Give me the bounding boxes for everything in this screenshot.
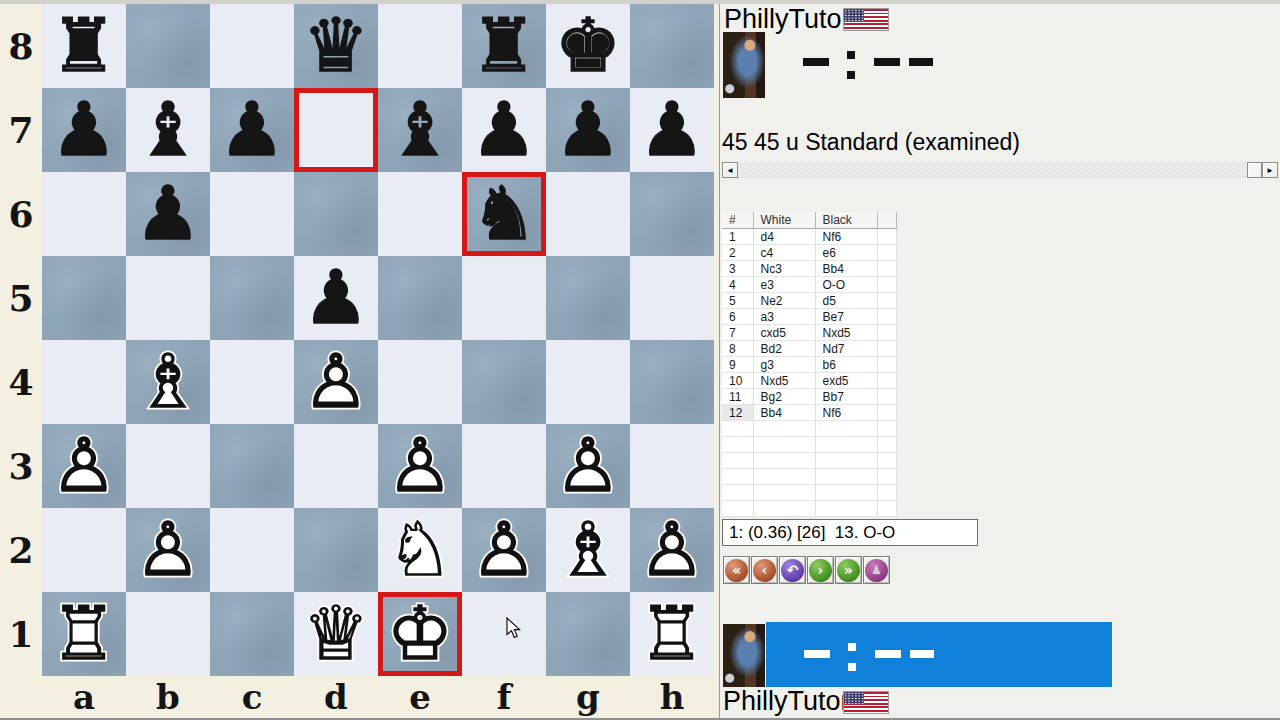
step-forward-button[interactable]: › <box>807 556 834 584</box>
move-cell <box>815 485 877 501</box>
piece-black-pawn[interactable]: ♟ <box>546 88 630 172</box>
file-label-g: g <box>546 676 630 718</box>
move-row[interactable]: 5Ne2d5 <box>722 293 896 309</box>
file-label-e: e <box>378 676 462 718</box>
move-cell <box>877 229 896 245</box>
square-b2[interactable]: ♟♙ <box>126 508 210 592</box>
game-description: 45 45 u Standard (examined) <box>722 129 1020 156</box>
top-player-clock <box>803 44 935 80</box>
rank-label-6: 6 <box>0 172 42 256</box>
piece-black-pawn[interactable]: ♟ <box>126 172 210 256</box>
step-back-icon: ‹ <box>753 559 776 582</box>
move-row[interactable]: 8Bd2Nd7 <box>722 341 896 357</box>
move-cell <box>877 309 896 325</box>
move-cell[interactable]: a3 <box>753 309 815 325</box>
square-g6[interactable] <box>546 172 630 256</box>
move-number-cell[interactable]: 2 <box>722 245 753 261</box>
move-cell[interactable]: Bb4 <box>753 405 815 421</box>
rank-label-7: 7 <box>0 88 42 172</box>
move-cell <box>877 325 896 341</box>
move-cell <box>877 389 896 405</box>
move-number-cell <box>722 421 753 437</box>
square-h6[interactable] <box>630 172 714 256</box>
square-b7[interactable]: ♝ <box>126 88 210 172</box>
go-to-start-icon: « <box>725 559 748 582</box>
move-cell <box>877 501 896 517</box>
move-number-cell[interactable]: 10 <box>722 373 753 389</box>
move-row[interactable]: 7cxd5Nxd5 <box>722 325 896 341</box>
move-cell[interactable]: Nf6 <box>815 229 877 245</box>
move-cell <box>877 405 896 421</box>
square-h2[interactable]: ♟♙ <box>630 508 714 592</box>
square-h4[interactable] <box>630 340 714 424</box>
move-number-cell <box>722 501 753 517</box>
square-d2[interactable] <box>294 508 378 592</box>
square-c1[interactable] <box>210 592 294 676</box>
file-label-c: c <box>210 676 294 718</box>
file-labels: abcdefgh <box>42 676 714 718</box>
move-list-header-cell: White <box>753 212 815 229</box>
square-a3[interactable]: ♟♙ <box>42 424 126 508</box>
piece-black-queen[interactable]: ♛ <box>294 4 378 88</box>
piece-white-pawn[interactable]: ♟♙ <box>126 508 210 592</box>
move-cell[interactable]: exd5 <box>815 373 877 389</box>
piece-white-rook[interactable]: ♜♖ <box>630 592 714 676</box>
move-row[interactable]: 11Bg2Bb7 <box>722 389 896 405</box>
square-d8[interactable]: ♛ <box>294 4 378 88</box>
square-a6[interactable] <box>42 172 126 256</box>
us-flag-icon <box>843 8 889 31</box>
go-to-end-button[interactable]: » <box>835 556 862 584</box>
move-cell[interactable]: Bg2 <box>753 389 815 405</box>
move-number-cell[interactable]: 6 <box>722 309 753 325</box>
move-row[interactable]: 6a3Be7 <box>722 309 896 325</box>
square-e4[interactable] <box>378 340 462 424</box>
piece-black-bishop[interactable]: ♝ <box>126 88 210 172</box>
horizontal-scrollbar[interactable]: ◄ ► <box>722 162 1278 178</box>
square-b1[interactable] <box>126 592 210 676</box>
empty-row <box>722 501 896 517</box>
file-label-b: b <box>126 676 210 718</box>
file-label-f: f <box>462 676 546 718</box>
move-cell <box>753 501 815 517</box>
file-label-a: a <box>42 676 126 718</box>
move-row[interactable]: 10Nxd5exd5 <box>722 373 896 389</box>
square-d4[interactable]: ♟♙ <box>294 340 378 424</box>
piece-black-pawn[interactable]: ♟ <box>42 88 126 172</box>
move-cell <box>815 453 877 469</box>
rank-label-5: 5 <box>0 256 42 340</box>
piece-white-pawn[interactable]: ♟♙ <box>42 424 126 508</box>
move-number-cell[interactable]: 1 <box>722 229 753 245</box>
piece-white-pawn[interactable]: ♟♙ <box>294 340 378 424</box>
move-cell[interactable]: d5 <box>815 293 877 309</box>
move-cell <box>815 501 877 517</box>
square-f6[interactable]: ♞ <box>462 172 546 256</box>
square-a8[interactable]: ♜ <box>42 4 126 88</box>
piece-black-pawn[interactable]: ♟ <box>294 256 378 340</box>
empty-row <box>722 453 896 469</box>
square-g1[interactable] <box>546 592 630 676</box>
move-cell <box>877 357 896 373</box>
move-cell <box>753 421 815 437</box>
go-to-end-icon: » <box>837 559 860 582</box>
window-top-edge <box>0 0 1280 4</box>
move-list-header: #WhiteBlack <box>722 212 896 229</box>
go-to-start-button[interactable]: « <box>723 556 750 584</box>
analysis-box: 1: (0.36) [26] 13. O-O <box>722 519 978 546</box>
move-cell[interactable]: Nc3 <box>753 261 815 277</box>
square-f4[interactable] <box>462 340 546 424</box>
square-c3[interactable] <box>210 424 294 508</box>
piece-black-bishop[interactable]: ♝ <box>378 88 462 172</box>
move-cell <box>877 277 896 293</box>
square-d1[interactable]: ♛♕ <box>294 592 378 676</box>
step-forward-icon: › <box>809 559 832 582</box>
takeback-icon: ↶ <box>781 559 804 582</box>
move-cell <box>753 453 815 469</box>
piece-black-pawn[interactable]: ♟ <box>462 88 546 172</box>
move-row[interactable]: 3Nc3Bb4 <box>722 261 896 277</box>
move-cell[interactable]: e3 <box>753 277 815 293</box>
piece-white-rook[interactable]: ♜♖ <box>42 592 126 676</box>
move-list-header-cell: # <box>722 212 753 229</box>
move-cell <box>815 469 877 485</box>
move-row[interactable]: 12Bb4Nf6 <box>722 405 896 421</box>
square-h5[interactable] <box>630 256 714 340</box>
move-cell <box>877 245 896 261</box>
square-d7[interactable] <box>294 88 378 172</box>
bottom-player-name: PhillyTutor <box>723 686 850 717</box>
move-number-cell <box>722 453 753 469</box>
move-cell[interactable]: e6 <box>815 245 877 261</box>
square-f7[interactable]: ♟ <box>462 88 546 172</box>
move-cell[interactable]: O-O <box>815 277 877 293</box>
bottom-player-clock <box>804 636 936 672</box>
move-row[interactable]: 1d4Nf6 <box>722 229 896 245</box>
piece-white-pawn[interactable]: ♟♙ <box>546 424 630 508</box>
move-cell <box>877 469 896 485</box>
square-c8[interactable] <box>210 4 294 88</box>
move-number-cell <box>722 437 753 453</box>
piece-black-pawn[interactable]: ♟ <box>630 88 714 172</box>
bottom-player-avatar <box>723 624 765 687</box>
step-back-button[interactable]: ‹ <box>751 556 778 584</box>
file-label-d: d <box>294 676 378 718</box>
move-number-cell[interactable]: 8 <box>722 341 753 357</box>
top-player-avatar <box>723 32 765 98</box>
rank-label-8: 8 <box>0 4 42 88</box>
square-h1[interactable]: ♜♖ <box>630 592 714 676</box>
scrollbar-thumb[interactable] <box>1247 162 1262 178</box>
empty-row <box>722 421 896 437</box>
move-number-cell[interactable]: 3 <box>722 261 753 277</box>
examine-icon: ♟ <box>865 559 888 582</box>
square-f5[interactable] <box>462 256 546 340</box>
move-cell[interactable]: Be7 <box>815 309 877 325</box>
move-row[interactable]: 9g3b6 <box>722 357 896 373</box>
square-c6[interactable] <box>210 172 294 256</box>
move-cell[interactable]: g3 <box>753 357 815 373</box>
move-list-header-cell <box>877 212 896 229</box>
square-h8[interactable] <box>630 4 714 88</box>
move-cell[interactable]: Bb7 <box>815 389 877 405</box>
piece-white-bishop[interactable]: ♝♗ <box>126 340 210 424</box>
piece-black-knight[interactable]: ♞ <box>462 172 546 256</box>
board-pane: 87654321 ♜♛♜♚♟♝♟♝♟♟♟♟♞♟♝♗♟♙♟♙♟♙♟♙♟♙♞♘♟♙♝… <box>0 0 720 718</box>
empty-row <box>722 437 896 453</box>
move-cell <box>815 421 877 437</box>
square-d3[interactable] <box>294 424 378 508</box>
square-e2[interactable]: ♞♘ <box>378 508 462 592</box>
move-cell <box>877 453 896 469</box>
square-e8[interactable] <box>378 4 462 88</box>
square-g5[interactable] <box>546 256 630 340</box>
piece-black-pawn[interactable]: ♟ <box>210 88 294 172</box>
scroll-left-button[interactable]: ◄ <box>722 162 738 178</box>
square-d6[interactable] <box>294 172 378 256</box>
pane-divider <box>719 0 720 718</box>
us-flag-icon <box>843 691 889 714</box>
piece-white-pawn[interactable]: ♟♙ <box>378 424 462 508</box>
move-cell <box>877 421 896 437</box>
move-cell[interactable]: c4 <box>753 245 815 261</box>
active-clock-box <box>766 622 1112 687</box>
move-cell[interactable]: Bd2 <box>753 341 815 357</box>
empty-row <box>722 469 896 485</box>
move-number-cell[interactable]: 11 <box>722 389 753 405</box>
analysis-line: 1: (0.36) [26] 13. O-O <box>723 520 977 543</box>
move-number-cell[interactable]: 7 <box>722 325 753 341</box>
square-b5[interactable] <box>126 256 210 340</box>
game-panel: PhillyTutor 45 45 u Standard (examined) … <box>720 0 1280 718</box>
square-a1[interactable]: ♜♖ <box>42 592 126 676</box>
rank-label-1: 1 <box>0 592 42 676</box>
square-f3[interactable] <box>462 424 546 508</box>
move-cell <box>753 469 815 485</box>
move-cell <box>877 261 896 277</box>
move-cell <box>877 293 896 309</box>
move-cell <box>753 437 815 453</box>
takeback-button[interactable]: ↶ <box>779 556 806 584</box>
piece-white-bishop[interactable]: ♝♗ <box>546 508 630 592</box>
move-cell[interactable]: Nf6 <box>815 405 877 421</box>
move-cell[interactable]: cxd5 <box>753 325 815 341</box>
move-row[interactable]: 2c4e6 <box>722 245 896 261</box>
move-cell <box>877 373 896 389</box>
square-a5[interactable] <box>42 256 126 340</box>
move-cell[interactable]: Nxd5 <box>753 373 815 389</box>
examine-button[interactable]: ♟ <box>863 556 890 584</box>
move-cell <box>815 437 877 453</box>
square-g2[interactable]: ♝♗ <box>546 508 630 592</box>
square-g4[interactable] <box>546 340 630 424</box>
piece-white-king[interactable]: ♚♔ <box>378 592 462 676</box>
square-f8[interactable]: ♜ <box>462 4 546 88</box>
navigation-toolbar: «‹↶›»♟ <box>723 556 891 584</box>
square-e3[interactable]: ♟♙ <box>378 424 462 508</box>
move-cell[interactable]: Bb4 <box>815 261 877 277</box>
square-c5[interactable] <box>210 256 294 340</box>
square-e6[interactable] <box>378 172 462 256</box>
piece-black-rook[interactable]: ♜ <box>42 4 126 88</box>
move-cell <box>877 437 896 453</box>
square-e1[interactable]: ♚♔ <box>378 592 462 676</box>
move-cell[interactable]: Ne2 <box>753 293 815 309</box>
square-g3[interactable]: ♟♙ <box>546 424 630 508</box>
move-number-cell <box>722 485 753 501</box>
move-list[interactable]: #WhiteBlack 1d4Nf62c4e63Nc3Bb44e3O-O5Ne2… <box>722 212 896 516</box>
square-g8[interactable]: ♚ <box>546 4 630 88</box>
rank-label-4: 4 <box>0 340 42 424</box>
square-a2[interactable] <box>42 508 126 592</box>
move-cell <box>753 485 815 501</box>
move-cell <box>877 485 896 501</box>
square-h7[interactable]: ♟ <box>630 88 714 172</box>
move-cell[interactable]: Nd7 <box>815 341 877 357</box>
square-f2[interactable]: ♟♙ <box>462 508 546 592</box>
move-number-cell <box>722 469 753 485</box>
move-number-cell[interactable]: 5 <box>722 293 753 309</box>
piece-white-pawn[interactable]: ♟♙ <box>462 508 546 592</box>
piece-white-knight[interactable]: ♞♘ <box>378 508 462 592</box>
rank-label-3: 3 <box>0 424 42 508</box>
top-player-name: PhillyTutor <box>724 4 851 35</box>
piece-black-king[interactable]: ♚ <box>546 4 630 88</box>
square-b6[interactable]: ♟ <box>126 172 210 256</box>
square-e7[interactable]: ♝ <box>378 88 462 172</box>
square-b4[interactable]: ♝♗ <box>126 340 210 424</box>
square-c2[interactable] <box>210 508 294 592</box>
move-number-cell[interactable]: 9 <box>722 357 753 373</box>
square-e5[interactable] <box>378 256 462 340</box>
square-d5[interactable]: ♟ <box>294 256 378 340</box>
square-c4[interactable] <box>210 340 294 424</box>
square-a4[interactable] <box>42 340 126 424</box>
rank-label-2: 2 <box>0 508 42 592</box>
empty-row <box>722 485 896 501</box>
move-cell[interactable]: d4 <box>753 229 815 245</box>
rank-labels: 87654321 <box>0 4 42 676</box>
move-cell <box>877 341 896 357</box>
chess-board[interactable]: ♜♛♜♚♟♝♟♝♟♟♟♟♞♟♝♗♟♙♟♙♟♙♟♙♟♙♞♘♟♙♝♗♟♙♜♖♛♕♚♔… <box>42 4 714 676</box>
move-list-header-cell: Black <box>815 212 877 229</box>
move-number-cell[interactable]: 12 <box>722 405 753 421</box>
move-number-cell[interactable]: 4 <box>722 277 753 293</box>
piece-white-pawn[interactable]: ♟♙ <box>630 508 714 592</box>
square-a7[interactable]: ♟ <box>42 88 126 172</box>
move-cell[interactable]: Nxd5 <box>815 325 877 341</box>
move-cell[interactable]: b6 <box>815 357 877 373</box>
piece-black-rook[interactable]: ♜ <box>462 4 546 88</box>
square-h3[interactable] <box>630 424 714 508</box>
square-c7[interactable]: ♟ <box>210 88 294 172</box>
square-b3[interactable] <box>126 424 210 508</box>
mouse-cursor <box>506 617 523 640</box>
square-b8[interactable] <box>126 4 210 88</box>
piece-white-queen[interactable]: ♛♕ <box>294 592 378 676</box>
scroll-right-button[interactable]: ► <box>1262 162 1278 178</box>
move-row[interactable]: 4e3O-O <box>722 277 896 293</box>
square-g7[interactable]: ♟ <box>546 88 630 172</box>
app-window: 87654321 ♜♛♜♚♟♝♟♝♟♟♟♟♞♟♝♗♟♙♟♙♟♙♟♙♟♙♞♘♟♙♝… <box>0 0 1280 720</box>
file-label-h: h <box>630 676 714 718</box>
square-f1[interactable] <box>462 592 546 676</box>
